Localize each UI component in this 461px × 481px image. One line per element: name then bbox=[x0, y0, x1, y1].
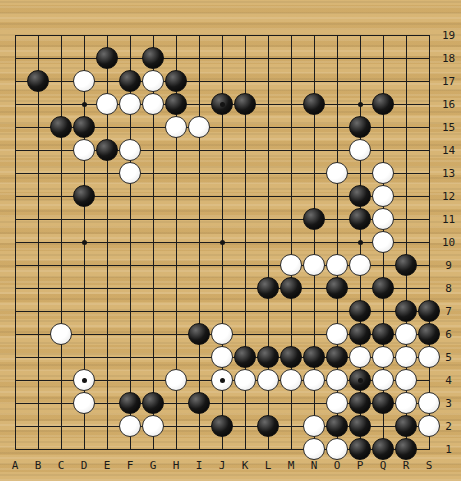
intersection-C19[interactable] bbox=[50, 24, 73, 47]
intersection-L12[interactable] bbox=[257, 185, 280, 208]
intersection-E9[interactable] bbox=[96, 254, 119, 277]
intersection-J11[interactable] bbox=[211, 208, 234, 231]
intersection-F7[interactable] bbox=[119, 300, 142, 323]
intersection-A9[interactable] bbox=[4, 254, 27, 277]
intersection-F8[interactable] bbox=[119, 277, 142, 300]
intersection-E12[interactable] bbox=[96, 185, 119, 208]
intersection-G12[interactable] bbox=[142, 185, 165, 208]
intersection-E19[interactable] bbox=[96, 24, 119, 47]
intersection-F6[interactable] bbox=[119, 323, 142, 346]
intersection-P12[interactable] bbox=[349, 185, 372, 208]
intersection-C16[interactable] bbox=[50, 93, 73, 116]
intersection-C5[interactable] bbox=[50, 346, 73, 369]
intersection-H7[interactable] bbox=[165, 300, 188, 323]
intersection-N11[interactable] bbox=[303, 208, 326, 231]
intersection-Q14[interactable] bbox=[372, 139, 395, 162]
intersection-E15[interactable] bbox=[96, 116, 119, 139]
intersection-N10[interactable] bbox=[303, 231, 326, 254]
intersection-I15[interactable] bbox=[188, 116, 211, 139]
intersection-A14[interactable] bbox=[4, 139, 27, 162]
intersection-I9[interactable] bbox=[188, 254, 211, 277]
intersection-M9[interactable] bbox=[280, 254, 303, 277]
intersection-H13[interactable] bbox=[165, 162, 188, 185]
intersection-M15[interactable] bbox=[280, 116, 303, 139]
intersection-P19[interactable] bbox=[349, 24, 372, 47]
intersection-B17[interactable] bbox=[27, 70, 50, 93]
intersection-K8[interactable] bbox=[234, 277, 257, 300]
intersection-M10[interactable] bbox=[280, 231, 303, 254]
intersection-Q9[interactable] bbox=[372, 254, 395, 277]
intersection-E11[interactable] bbox=[96, 208, 119, 231]
intersection-K3[interactable] bbox=[234, 392, 257, 415]
intersection-H11[interactable] bbox=[165, 208, 188, 231]
intersection-J7[interactable] bbox=[211, 300, 234, 323]
intersection-Q3[interactable] bbox=[372, 392, 395, 415]
intersection-R11[interactable] bbox=[395, 208, 418, 231]
intersection-I14[interactable] bbox=[188, 139, 211, 162]
intersection-E16[interactable] bbox=[96, 93, 119, 116]
intersection-A3[interactable] bbox=[4, 392, 27, 415]
intersection-F14[interactable] bbox=[119, 139, 142, 162]
intersection-B14[interactable] bbox=[27, 139, 50, 162]
intersection-O13[interactable] bbox=[326, 162, 349, 185]
intersection-N6[interactable] bbox=[303, 323, 326, 346]
intersection-L5[interactable] bbox=[257, 346, 280, 369]
intersection-K18[interactable] bbox=[234, 47, 257, 70]
intersection-F4[interactable] bbox=[119, 369, 142, 392]
intersection-A15[interactable] bbox=[4, 116, 27, 139]
intersection-D6[interactable] bbox=[73, 323, 96, 346]
intersection-K6[interactable] bbox=[234, 323, 257, 346]
intersection-R17[interactable] bbox=[395, 70, 418, 93]
intersection-J12[interactable] bbox=[211, 185, 234, 208]
intersection-O16[interactable] bbox=[326, 93, 349, 116]
intersection-I3[interactable] bbox=[188, 392, 211, 415]
intersection-D13[interactable] bbox=[73, 162, 96, 185]
intersection-K14[interactable] bbox=[234, 139, 257, 162]
intersection-F9[interactable] bbox=[119, 254, 142, 277]
intersection-A18[interactable] bbox=[4, 47, 27, 70]
intersection-F18[interactable] bbox=[119, 47, 142, 70]
intersection-L13[interactable] bbox=[257, 162, 280, 185]
intersection-F17[interactable] bbox=[119, 70, 142, 93]
intersection-D3[interactable] bbox=[73, 392, 96, 415]
intersection-P11[interactable] bbox=[349, 208, 372, 231]
intersection-D10[interactable] bbox=[73, 231, 96, 254]
intersection-Q15[interactable] bbox=[372, 116, 395, 139]
intersection-P9[interactable] bbox=[349, 254, 372, 277]
intersection-B13[interactable] bbox=[27, 162, 50, 185]
intersection-R5[interactable] bbox=[395, 346, 418, 369]
intersection-P5[interactable] bbox=[349, 346, 372, 369]
intersection-M16[interactable] bbox=[280, 93, 303, 116]
intersection-R3[interactable] bbox=[395, 392, 418, 415]
intersection-J18[interactable] bbox=[211, 47, 234, 70]
intersection-M2[interactable] bbox=[280, 415, 303, 438]
intersection-R10[interactable] bbox=[395, 231, 418, 254]
intersection-E8[interactable] bbox=[96, 277, 119, 300]
intersection-N15[interactable] bbox=[303, 116, 326, 139]
intersection-P18[interactable] bbox=[349, 47, 372, 70]
intersection-Q18[interactable] bbox=[372, 47, 395, 70]
intersection-G8[interactable] bbox=[142, 277, 165, 300]
intersection-K15[interactable] bbox=[234, 116, 257, 139]
intersection-C10[interactable] bbox=[50, 231, 73, 254]
intersection-O14[interactable] bbox=[326, 139, 349, 162]
intersection-P7[interactable] bbox=[349, 300, 372, 323]
go-board[interactable] bbox=[4, 24, 441, 461]
intersection-I2[interactable] bbox=[188, 415, 211, 438]
intersection-C7[interactable] bbox=[50, 300, 73, 323]
intersection-M12[interactable] bbox=[280, 185, 303, 208]
intersection-E7[interactable] bbox=[96, 300, 119, 323]
intersection-A17[interactable] bbox=[4, 70, 27, 93]
intersection-J5[interactable] bbox=[211, 346, 234, 369]
intersection-N13[interactable] bbox=[303, 162, 326, 185]
intersection-C15[interactable] bbox=[50, 116, 73, 139]
intersection-R15[interactable] bbox=[395, 116, 418, 139]
intersection-G16[interactable] bbox=[142, 93, 165, 116]
intersection-G9[interactable] bbox=[142, 254, 165, 277]
intersection-Q17[interactable] bbox=[372, 70, 395, 93]
intersection-K9[interactable] bbox=[234, 254, 257, 277]
intersection-J3[interactable] bbox=[211, 392, 234, 415]
intersection-C11[interactable] bbox=[50, 208, 73, 231]
intersection-B18[interactable] bbox=[27, 47, 50, 70]
intersection-M5[interactable] bbox=[280, 346, 303, 369]
intersection-P4[interactable] bbox=[349, 369, 372, 392]
intersection-M18[interactable] bbox=[280, 47, 303, 70]
intersection-J6[interactable] bbox=[211, 323, 234, 346]
intersection-M13[interactable] bbox=[280, 162, 303, 185]
intersection-Q5[interactable] bbox=[372, 346, 395, 369]
intersection-M19[interactable] bbox=[280, 24, 303, 47]
intersection-K5[interactable] bbox=[234, 346, 257, 369]
intersection-F15[interactable] bbox=[119, 116, 142, 139]
intersection-P13[interactable] bbox=[349, 162, 372, 185]
intersection-O10[interactable] bbox=[326, 231, 349, 254]
intersection-G6[interactable] bbox=[142, 323, 165, 346]
intersection-D17[interactable] bbox=[73, 70, 96, 93]
intersection-P2[interactable] bbox=[349, 415, 372, 438]
intersection-G17[interactable] bbox=[142, 70, 165, 93]
intersection-P3[interactable] bbox=[349, 392, 372, 415]
intersection-C8[interactable] bbox=[50, 277, 73, 300]
intersection-N18[interactable] bbox=[303, 47, 326, 70]
intersection-H17[interactable] bbox=[165, 70, 188, 93]
intersection-M8[interactable] bbox=[280, 277, 303, 300]
intersection-F3[interactable] bbox=[119, 392, 142, 415]
intersection-Q10[interactable] bbox=[372, 231, 395, 254]
intersection-O11[interactable] bbox=[326, 208, 349, 231]
intersection-B7[interactable] bbox=[27, 300, 50, 323]
intersection-J17[interactable] bbox=[211, 70, 234, 93]
intersection-N16[interactable] bbox=[303, 93, 326, 116]
intersection-M6[interactable] bbox=[280, 323, 303, 346]
intersection-M11[interactable] bbox=[280, 208, 303, 231]
intersection-A12[interactable] bbox=[4, 185, 27, 208]
intersection-N5[interactable] bbox=[303, 346, 326, 369]
intersection-H15[interactable] bbox=[165, 116, 188, 139]
intersection-R2[interactable] bbox=[395, 415, 418, 438]
intersection-Q11[interactable] bbox=[372, 208, 395, 231]
intersection-O17[interactable] bbox=[326, 70, 349, 93]
intersection-D19[interactable] bbox=[73, 24, 96, 47]
intersection-A6[interactable] bbox=[4, 323, 27, 346]
intersection-G14[interactable] bbox=[142, 139, 165, 162]
intersection-J19[interactable] bbox=[211, 24, 234, 47]
intersection-E18[interactable] bbox=[96, 47, 119, 70]
intersection-C17[interactable] bbox=[50, 70, 73, 93]
intersection-P6[interactable] bbox=[349, 323, 372, 346]
intersection-I6[interactable] bbox=[188, 323, 211, 346]
intersection-K7[interactable] bbox=[234, 300, 257, 323]
intersection-G18[interactable] bbox=[142, 47, 165, 70]
intersection-H16[interactable] bbox=[165, 93, 188, 116]
intersection-G5[interactable] bbox=[142, 346, 165, 369]
intersection-D8[interactable] bbox=[73, 277, 96, 300]
intersection-G19[interactable] bbox=[142, 24, 165, 47]
intersection-I10[interactable] bbox=[188, 231, 211, 254]
intersection-H12[interactable] bbox=[165, 185, 188, 208]
intersection-A4[interactable] bbox=[4, 369, 27, 392]
intersection-B5[interactable] bbox=[27, 346, 50, 369]
intersection-P17[interactable] bbox=[349, 70, 372, 93]
intersection-A10[interactable] bbox=[4, 231, 27, 254]
intersection-D4[interactable] bbox=[73, 369, 96, 392]
intersection-G4[interactable] bbox=[142, 369, 165, 392]
intersection-G3[interactable] bbox=[142, 392, 165, 415]
intersection-Q6[interactable] bbox=[372, 323, 395, 346]
intersection-F11[interactable] bbox=[119, 208, 142, 231]
intersection-J15[interactable] bbox=[211, 116, 234, 139]
intersection-O5[interactable] bbox=[326, 346, 349, 369]
intersection-M17[interactable] bbox=[280, 70, 303, 93]
intersection-D9[interactable] bbox=[73, 254, 96, 277]
intersection-J10[interactable] bbox=[211, 231, 234, 254]
intersection-R6[interactable] bbox=[395, 323, 418, 346]
intersection-K17[interactable] bbox=[234, 70, 257, 93]
intersection-F12[interactable] bbox=[119, 185, 142, 208]
intersection-J13[interactable] bbox=[211, 162, 234, 185]
intersection-C4[interactable] bbox=[50, 369, 73, 392]
intersection-N17[interactable] bbox=[303, 70, 326, 93]
intersection-L4[interactable] bbox=[257, 369, 280, 392]
intersection-G11[interactable] bbox=[142, 208, 165, 231]
intersection-Q4[interactable] bbox=[372, 369, 395, 392]
intersection-I7[interactable] bbox=[188, 300, 211, 323]
intersection-A2[interactable] bbox=[4, 415, 27, 438]
intersection-B16[interactable] bbox=[27, 93, 50, 116]
intersection-A13[interactable] bbox=[4, 162, 27, 185]
intersection-D18[interactable] bbox=[73, 47, 96, 70]
intersection-E4[interactable] bbox=[96, 369, 119, 392]
intersection-B11[interactable] bbox=[27, 208, 50, 231]
intersection-H2[interactable] bbox=[165, 415, 188, 438]
intersection-O2[interactable] bbox=[326, 415, 349, 438]
intersection-H6[interactable] bbox=[165, 323, 188, 346]
intersection-E13[interactable] bbox=[96, 162, 119, 185]
intersection-R16[interactable] bbox=[395, 93, 418, 116]
intersection-B2[interactable] bbox=[27, 415, 50, 438]
intersection-G2[interactable] bbox=[142, 415, 165, 438]
intersection-B12[interactable] bbox=[27, 185, 50, 208]
intersection-K11[interactable] bbox=[234, 208, 257, 231]
intersection-I8[interactable] bbox=[188, 277, 211, 300]
intersection-C9[interactable] bbox=[50, 254, 73, 277]
intersection-J2[interactable] bbox=[211, 415, 234, 438]
intersection-J4[interactable] bbox=[211, 369, 234, 392]
intersection-F13[interactable] bbox=[119, 162, 142, 185]
intersection-J9[interactable] bbox=[211, 254, 234, 277]
intersection-D7[interactable] bbox=[73, 300, 96, 323]
intersection-H4[interactable] bbox=[165, 369, 188, 392]
intersection-E17[interactable] bbox=[96, 70, 119, 93]
intersection-O9[interactable] bbox=[326, 254, 349, 277]
intersection-L10[interactable] bbox=[257, 231, 280, 254]
intersection-I17[interactable] bbox=[188, 70, 211, 93]
intersection-F10[interactable] bbox=[119, 231, 142, 254]
intersection-O3[interactable] bbox=[326, 392, 349, 415]
intersection-C12[interactable] bbox=[50, 185, 73, 208]
intersection-R9[interactable] bbox=[395, 254, 418, 277]
intersection-L14[interactable] bbox=[257, 139, 280, 162]
intersection-L19[interactable] bbox=[257, 24, 280, 47]
intersection-K19[interactable] bbox=[234, 24, 257, 47]
intersection-H5[interactable] bbox=[165, 346, 188, 369]
intersection-L6[interactable] bbox=[257, 323, 280, 346]
intersection-A8[interactable] bbox=[4, 277, 27, 300]
intersection-L3[interactable] bbox=[257, 392, 280, 415]
intersection-K13[interactable] bbox=[234, 162, 257, 185]
intersection-I5[interactable] bbox=[188, 346, 211, 369]
intersection-B9[interactable] bbox=[27, 254, 50, 277]
intersection-C13[interactable] bbox=[50, 162, 73, 185]
intersection-I4[interactable] bbox=[188, 369, 211, 392]
intersection-L15[interactable] bbox=[257, 116, 280, 139]
intersection-Q8[interactable] bbox=[372, 277, 395, 300]
intersection-H19[interactable] bbox=[165, 24, 188, 47]
intersection-F19[interactable] bbox=[119, 24, 142, 47]
intersection-O12[interactable] bbox=[326, 185, 349, 208]
intersection-H10[interactable] bbox=[165, 231, 188, 254]
intersection-Q7[interactable] bbox=[372, 300, 395, 323]
intersection-N8[interactable] bbox=[303, 277, 326, 300]
intersection-E3[interactable] bbox=[96, 392, 119, 415]
intersection-D2[interactable] bbox=[73, 415, 96, 438]
intersection-G7[interactable] bbox=[142, 300, 165, 323]
intersection-B6[interactable] bbox=[27, 323, 50, 346]
intersection-E2[interactable] bbox=[96, 415, 119, 438]
intersection-O6[interactable] bbox=[326, 323, 349, 346]
intersection-E5[interactable] bbox=[96, 346, 119, 369]
intersection-G10[interactable] bbox=[142, 231, 165, 254]
intersection-L18[interactable] bbox=[257, 47, 280, 70]
intersection-M4[interactable] bbox=[280, 369, 303, 392]
intersection-I13[interactable] bbox=[188, 162, 211, 185]
intersection-H9[interactable] bbox=[165, 254, 188, 277]
intersection-R8[interactable] bbox=[395, 277, 418, 300]
intersection-B4[interactable] bbox=[27, 369, 50, 392]
intersection-O18[interactable] bbox=[326, 47, 349, 70]
intersection-N7[interactable] bbox=[303, 300, 326, 323]
intersection-B10[interactable] bbox=[27, 231, 50, 254]
intersection-I12[interactable] bbox=[188, 185, 211, 208]
intersection-I19[interactable] bbox=[188, 24, 211, 47]
intersection-Q2[interactable] bbox=[372, 415, 395, 438]
intersection-K2[interactable] bbox=[234, 415, 257, 438]
intersection-J16[interactable] bbox=[211, 93, 234, 116]
intersection-N12[interactable] bbox=[303, 185, 326, 208]
intersection-N9[interactable] bbox=[303, 254, 326, 277]
intersection-D5[interactable] bbox=[73, 346, 96, 369]
intersection-R14[interactable] bbox=[395, 139, 418, 162]
intersection-O7[interactable] bbox=[326, 300, 349, 323]
intersection-Q16[interactable] bbox=[372, 93, 395, 116]
intersection-H18[interactable] bbox=[165, 47, 188, 70]
intersection-A7[interactable] bbox=[4, 300, 27, 323]
intersection-M14[interactable] bbox=[280, 139, 303, 162]
intersection-K12[interactable] bbox=[234, 185, 257, 208]
intersection-M3[interactable] bbox=[280, 392, 303, 415]
intersection-K16[interactable] bbox=[234, 93, 257, 116]
intersection-N3[interactable] bbox=[303, 392, 326, 415]
intersection-E10[interactable] bbox=[96, 231, 119, 254]
intersection-C2[interactable] bbox=[50, 415, 73, 438]
intersection-F5[interactable] bbox=[119, 346, 142, 369]
intersection-O4[interactable] bbox=[326, 369, 349, 392]
intersection-R4[interactable] bbox=[395, 369, 418, 392]
intersection-D15[interactable] bbox=[73, 116, 96, 139]
intersection-N19[interactable] bbox=[303, 24, 326, 47]
intersection-L8[interactable] bbox=[257, 277, 280, 300]
intersection-Q12[interactable] bbox=[372, 185, 395, 208]
intersection-D11[interactable] bbox=[73, 208, 96, 231]
intersection-B8[interactable] bbox=[27, 277, 50, 300]
intersection-H14[interactable] bbox=[165, 139, 188, 162]
intersection-R19[interactable] bbox=[395, 24, 418, 47]
intersection-P15[interactable] bbox=[349, 116, 372, 139]
intersection-G13[interactable] bbox=[142, 162, 165, 185]
intersection-E14[interactable] bbox=[96, 139, 119, 162]
intersection-I11[interactable] bbox=[188, 208, 211, 231]
intersection-R18[interactable] bbox=[395, 47, 418, 70]
intersection-L9[interactable] bbox=[257, 254, 280, 277]
intersection-O8[interactable] bbox=[326, 277, 349, 300]
intersection-N14[interactable] bbox=[303, 139, 326, 162]
intersection-F2[interactable] bbox=[119, 415, 142, 438]
intersection-C18[interactable] bbox=[50, 47, 73, 70]
intersection-D12[interactable] bbox=[73, 185, 96, 208]
intersection-P16[interactable] bbox=[349, 93, 372, 116]
intersection-N4[interactable] bbox=[303, 369, 326, 392]
intersection-O15[interactable] bbox=[326, 116, 349, 139]
intersection-D16[interactable] bbox=[73, 93, 96, 116]
intersection-H8[interactable] bbox=[165, 277, 188, 300]
intersection-K4[interactable] bbox=[234, 369, 257, 392]
intersection-A19[interactable] bbox=[4, 24, 27, 47]
intersection-L17[interactable] bbox=[257, 70, 280, 93]
intersection-B3[interactable] bbox=[27, 392, 50, 415]
intersection-R7[interactable] bbox=[395, 300, 418, 323]
intersection-C3[interactable] bbox=[50, 392, 73, 415]
intersection-R12[interactable] bbox=[395, 185, 418, 208]
intersection-H3[interactable] bbox=[165, 392, 188, 415]
intersection-L2[interactable] bbox=[257, 415, 280, 438]
intersection-A11[interactable] bbox=[4, 208, 27, 231]
intersection-L16[interactable] bbox=[257, 93, 280, 116]
intersection-Q19[interactable] bbox=[372, 24, 395, 47]
